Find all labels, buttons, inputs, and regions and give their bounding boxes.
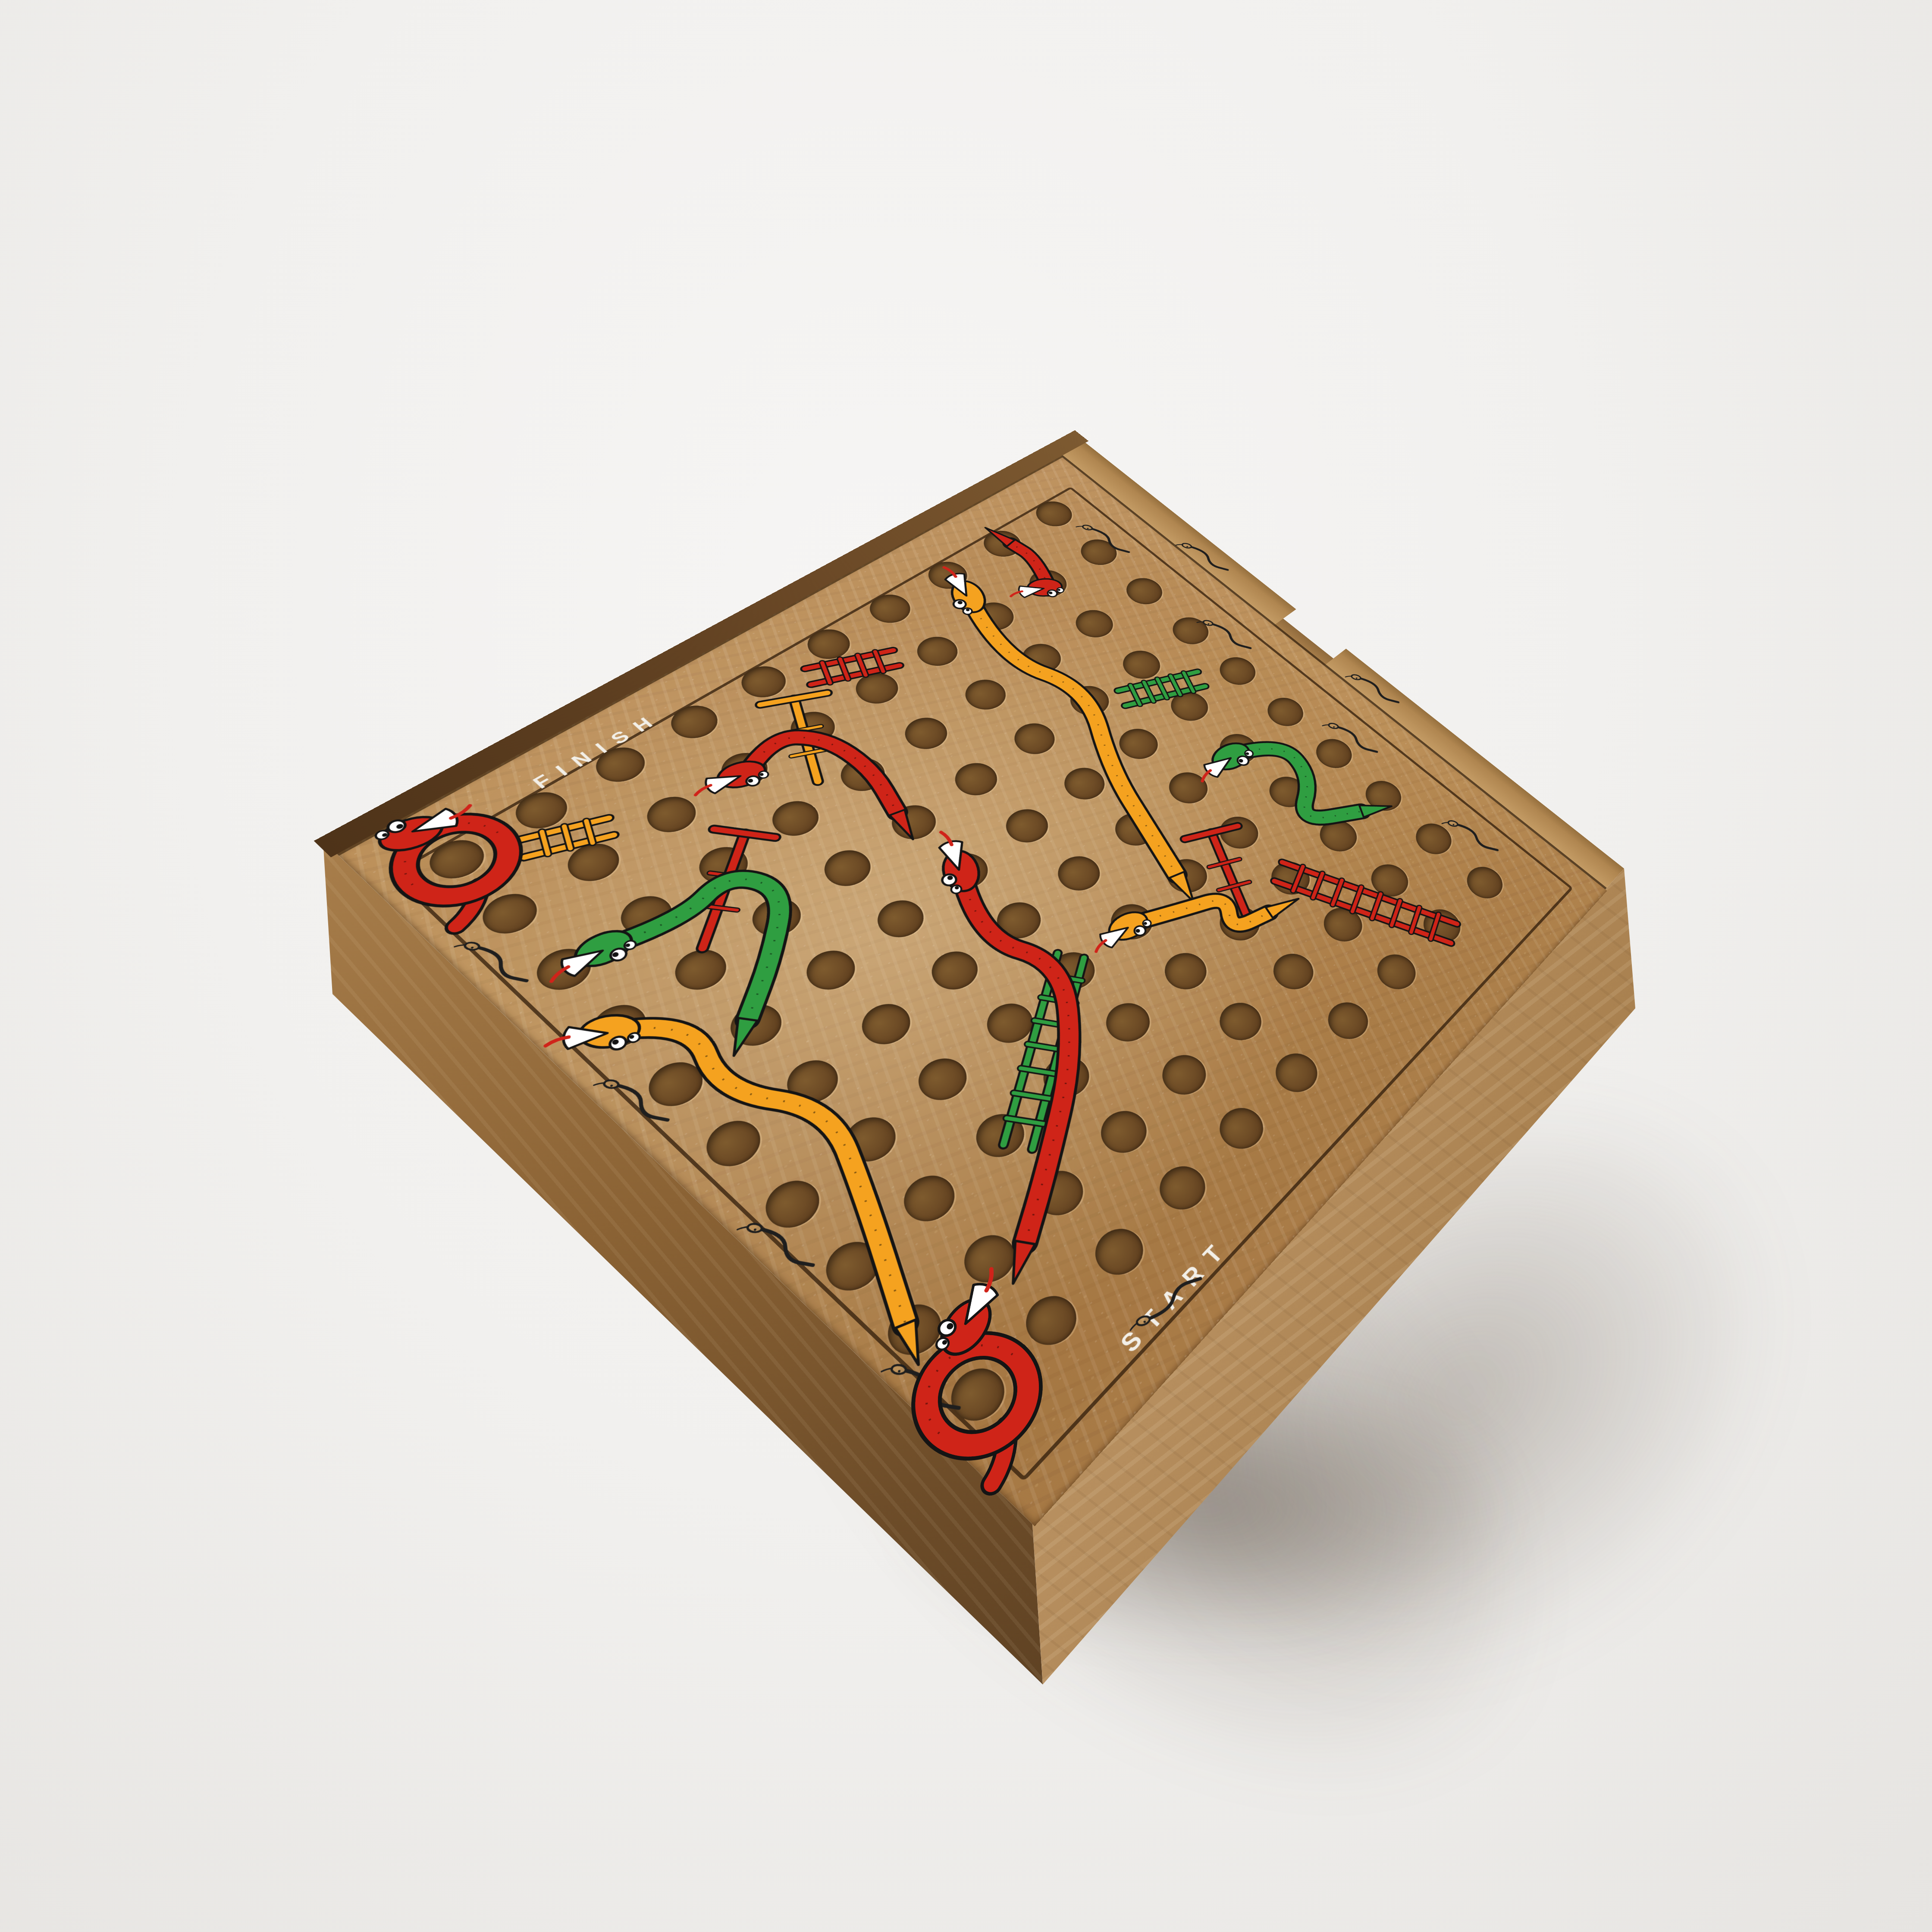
game-box-top: FINISH START <box>323 434 1624 1524</box>
painted-snakes-and-ladders-artwork <box>323 434 1624 1524</box>
studio-photo-scene: FINISH START <box>0 0 1932 1932</box>
